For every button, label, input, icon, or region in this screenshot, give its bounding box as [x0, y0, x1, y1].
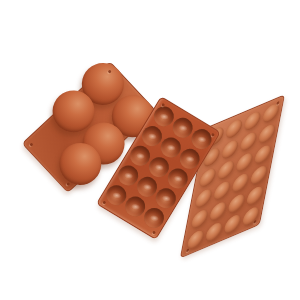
half-sphere-bump [224, 117, 243, 140]
half-sphere-bump [212, 179, 231, 202]
half-sphere-bump [235, 150, 254, 173]
half-sphere-bump [198, 166, 217, 189]
corner-hole [186, 248, 189, 252]
half-sphere-bump [231, 171, 250, 194]
corner-hole [211, 132, 215, 136]
half-sphere-bump [261, 101, 280, 124]
half-sphere-bump [241, 204, 260, 227]
half-sphere-bump [239, 130, 258, 153]
corner-hole [102, 200, 106, 204]
corner-hole [152, 230, 156, 234]
half-sphere-bump [194, 186, 213, 209]
half-sphere-bump [223, 212, 242, 235]
half-sphere-bump [204, 220, 223, 243]
half-sphere-bump [227, 192, 246, 215]
corner-hole [29, 142, 33, 146]
half-sphere-bump [243, 109, 262, 132]
half-sphere-bump [208, 199, 227, 222]
half-sphere-bump [220, 137, 239, 160]
half-sphere-bump [216, 158, 235, 181]
half-sphere-bump [190, 207, 209, 230]
half-sphere-bump [249, 163, 268, 186]
half-sphere-bump [253, 142, 272, 165]
half-sphere-bump [257, 122, 276, 145]
corner-hole [253, 219, 256, 223]
half-sphere-bump [245, 184, 264, 207]
product-photo-scene [0, 0, 300, 300]
